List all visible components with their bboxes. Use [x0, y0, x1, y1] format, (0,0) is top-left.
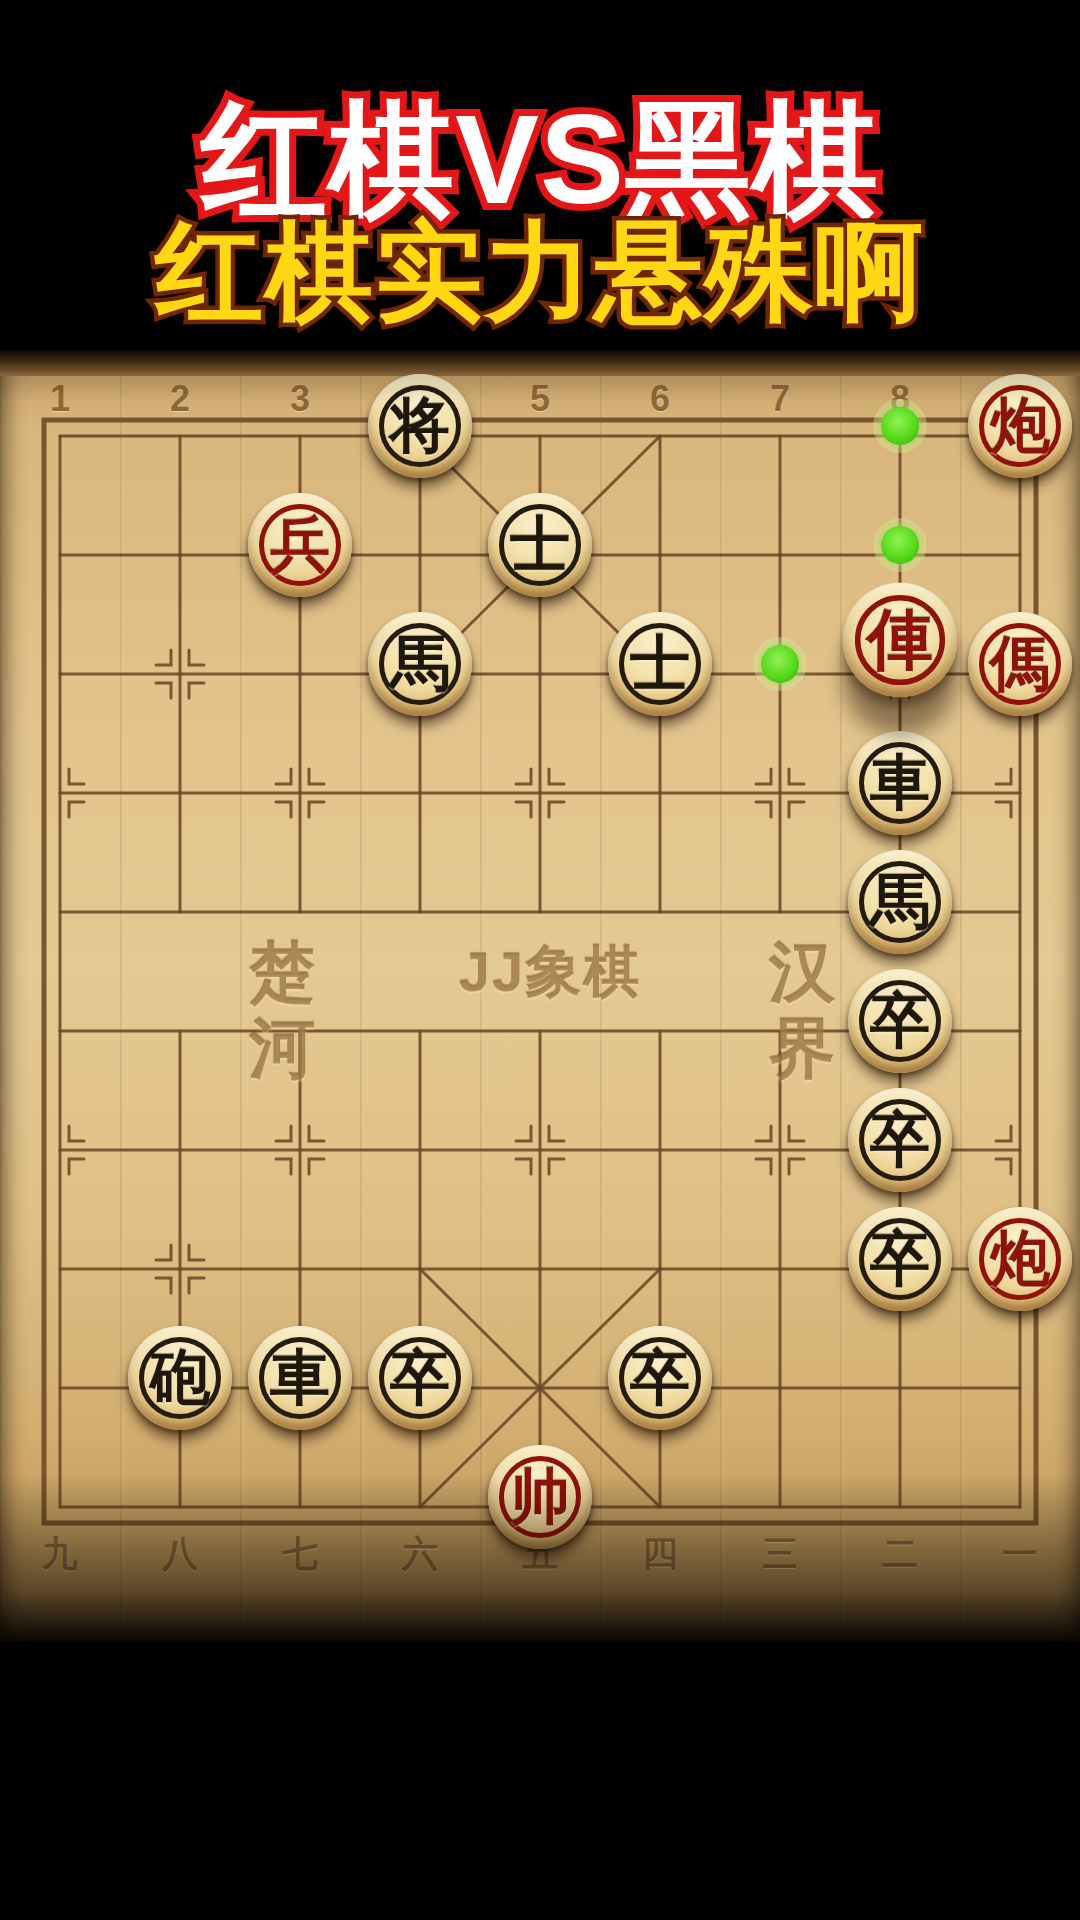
title-block: 红棋VS黑棋 红棋VS黑棋 红棋实力悬殊啊 红棋实力悬殊啊 [0, 0, 1080, 350]
file-label-top-3: 3 [240, 378, 360, 420]
title-line1-text: 红棋VS黑棋 [201, 89, 879, 230]
piece-character: 卒 [870, 1219, 930, 1300]
file-label-bottom-八: 八 [120, 1530, 240, 1579]
piece-character: 士 [630, 624, 690, 705]
video-frame: 红棋VS黑棋 红棋VS黑棋 红棋实力悬殊啊 红棋实力悬殊啊 123456789 … [0, 0, 1080, 1920]
file-label-top-1: 1 [0, 378, 120, 420]
piece-black-卒[interactable]: 卒 [848, 1088, 952, 1192]
piece-red-傌[interactable]: 傌 [968, 612, 1072, 716]
piece-character: 士 [510, 505, 570, 586]
xiangqi-board[interactable]: 123456789 九八七六五四三二一 楚 河 JJ象棋 汉 界 将炮兵士馬士俥… [0, 350, 1080, 1642]
piece-character: 車 [870, 743, 930, 824]
title-line1: 红棋VS黑棋 红棋VS黑棋 [0, 92, 1080, 228]
piece-black-士[interactable]: 士 [608, 612, 712, 716]
piece-character: 俥 [867, 595, 933, 684]
piece-black-士[interactable]: 士 [488, 493, 592, 597]
piece-character: 傌 [990, 624, 1050, 705]
piece-character: 炮 [990, 386, 1050, 467]
piece-character: 砲 [150, 1338, 210, 1419]
file-label-top-5: 5 [480, 378, 600, 420]
piece-character: 卒 [390, 1338, 450, 1419]
piece-black-将[interactable]: 将 [368, 374, 472, 478]
piece-red-炮[interactable]: 炮 [968, 374, 1072, 478]
piece-black-砲[interactable]: 砲 [128, 1326, 232, 1430]
move-hint-dot[interactable] [761, 645, 799, 683]
piece-black-車[interactable]: 車 [248, 1326, 352, 1430]
move-hint-dot[interactable] [881, 407, 919, 445]
move-hint-dot[interactable] [881, 526, 919, 564]
piece-character: 卒 [870, 1100, 930, 1181]
file-label-bottom-九: 九 [0, 1530, 120, 1579]
piece-character: 帅 [510, 1457, 570, 1538]
piece-character: 卒 [870, 981, 930, 1062]
piece-character: 将 [390, 386, 450, 467]
title-line2: 红棋实力悬殊啊 红棋实力悬殊啊 [0, 212, 1080, 332]
file-label-bottom-一: 一 [960, 1530, 1080, 1579]
file-label-top-2: 2 [120, 378, 240, 420]
file-label-top-6: 6 [600, 378, 720, 420]
piece-character: 兵 [270, 505, 330, 586]
piece-red-俥-selected[interactable]: 俥 [843, 583, 957, 697]
file-label-bottom-四: 四 [600, 1530, 720, 1579]
piece-black-車[interactable]: 車 [848, 731, 952, 835]
file-label-bottom-三: 三 [720, 1530, 840, 1579]
piece-red-炮[interactable]: 炮 [968, 1207, 1072, 1311]
file-label-bottom-六: 六 [360, 1530, 480, 1579]
piece-black-卒[interactable]: 卒 [848, 1207, 952, 1311]
file-label-top-7: 7 [720, 378, 840, 420]
piece-black-馬[interactable]: 馬 [848, 850, 952, 954]
piece-character: 馬 [390, 624, 450, 705]
piece-red-兵[interactable]: 兵 [248, 493, 352, 597]
file-label-bottom-二: 二 [840, 1530, 960, 1579]
piece-character: 卒 [630, 1338, 690, 1419]
piece-character: 馬 [870, 862, 930, 943]
piece-character: 炮 [990, 1219, 1050, 1300]
piece-black-卒[interactable]: 卒 [848, 969, 952, 1073]
piece-black-卒[interactable]: 卒 [368, 1326, 472, 1430]
piece-black-馬[interactable]: 馬 [368, 612, 472, 716]
title-line2-text: 红棋实力悬殊啊 [155, 211, 925, 332]
piece-red-帅[interactable]: 帅 [488, 1445, 592, 1549]
file-label-bottom-七: 七 [240, 1530, 360, 1579]
piece-black-卒[interactable]: 卒 [608, 1326, 712, 1430]
piece-character: 車 [270, 1338, 330, 1419]
